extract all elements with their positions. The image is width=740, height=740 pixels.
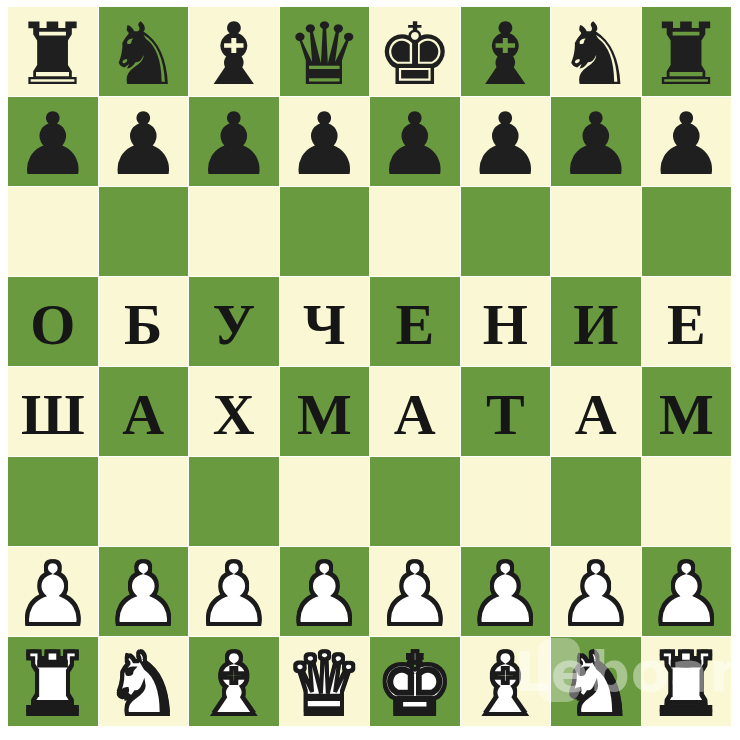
square-d2[interactable]: ♟ [280, 547, 370, 636]
square-a2[interactable]: ♟ [8, 547, 98, 636]
square-b1[interactable]: ♞ [99, 637, 189, 726]
overlay-letter-h4: М [659, 386, 714, 444]
square-f6[interactable] [461, 187, 551, 276]
square-g1[interactable]: ♞ [551, 637, 641, 726]
square-d1[interactable]: ♛ [280, 637, 370, 726]
overlay-letter-f4: Т [486, 386, 525, 444]
white-rook[interactable]: ♜ [648, 641, 725, 727]
square-f5[interactable]: Н [461, 277, 551, 366]
square-a6[interactable] [8, 187, 98, 276]
white-pawn[interactable]: ♟ [195, 551, 272, 637]
overlay-letter-d5: Ч [303, 296, 346, 354]
square-b2[interactable]: ♟ [99, 547, 189, 636]
white-pawn[interactable]: ♟ [376, 551, 453, 637]
square-a8[interactable]: ♜ [8, 7, 98, 96]
square-e2[interactable]: ♟ [370, 547, 460, 636]
black-bishop[interactable]: ♝ [195, 11, 272, 97]
square-d5[interactable]: Ч [280, 277, 370, 366]
white-knight[interactable]: ♞ [105, 641, 182, 727]
square-f3[interactable] [461, 457, 551, 546]
chess-board: ♜♞♝♛♚♝♞♜♟♟♟♟♟♟♟♟ОБУЧЕНИЕШАХМАТАМ♟♟♟♟♟♟♟♟… [8, 7, 731, 726]
overlay-letter-a4: Ш [21, 386, 85, 444]
square-g4[interactable]: А [551, 367, 641, 456]
overlay-letter-f5: Н [483, 296, 528, 354]
square-f7[interactable]: ♟ [461, 97, 551, 186]
square-h4[interactable]: М [642, 367, 732, 456]
white-rook[interactable]: ♜ [14, 641, 91, 727]
square-a7[interactable]: ♟ [8, 97, 98, 186]
white-pawn[interactable]: ♟ [286, 551, 363, 637]
overlay-letter-a5: О [30, 296, 75, 354]
overlay-letter-h5: Е [667, 296, 706, 354]
square-c6[interactable] [189, 187, 279, 276]
black-pawn[interactable]: ♟ [105, 101, 182, 187]
black-pawn[interactable]: ♟ [286, 101, 363, 187]
black-pawn[interactable]: ♟ [467, 101, 544, 187]
square-h6[interactable] [642, 187, 732, 276]
white-pawn[interactable]: ♟ [467, 551, 544, 637]
square-c2[interactable]: ♟ [189, 547, 279, 636]
square-g5[interactable]: И [551, 277, 641, 366]
square-e5[interactable]: Е [370, 277, 460, 366]
square-g6[interactable] [551, 187, 641, 276]
square-b7[interactable]: ♟ [99, 97, 189, 186]
square-b3[interactable] [99, 457, 189, 546]
black-knight[interactable]: ♞ [105, 11, 182, 97]
square-f1[interactable]: ♝ [461, 637, 551, 726]
square-d4[interactable]: М [280, 367, 370, 456]
square-f8[interactable]: ♝ [461, 7, 551, 96]
square-a1[interactable]: ♜ [8, 637, 98, 726]
square-b4[interactable]: А [99, 367, 189, 456]
square-g2[interactable]: ♟ [551, 547, 641, 636]
square-g8[interactable]: ♞ [551, 7, 641, 96]
square-b5[interactable]: Б [99, 277, 189, 366]
square-a4[interactable]: Ш [8, 367, 98, 456]
square-d7[interactable]: ♟ [280, 97, 370, 186]
square-c8[interactable]: ♝ [189, 7, 279, 96]
square-e3[interactable] [370, 457, 460, 546]
square-d8[interactable]: ♛ [280, 7, 370, 96]
square-e1[interactable]: ♚ [370, 637, 460, 726]
overlay-letter-g5: И [573, 296, 618, 354]
square-c4[interactable]: Х [189, 367, 279, 456]
square-e8[interactable]: ♚ [370, 7, 460, 96]
square-b6[interactable] [99, 187, 189, 276]
black-rook[interactable]: ♜ [14, 11, 91, 97]
black-pawn[interactable]: ♟ [376, 101, 453, 187]
black-pawn[interactable]: ♟ [14, 101, 91, 187]
square-h2[interactable]: ♟ [642, 547, 732, 636]
square-g7[interactable]: ♟ [551, 97, 641, 186]
square-e7[interactable]: ♟ [370, 97, 460, 186]
white-queen[interactable]: ♛ [286, 641, 363, 727]
square-d6[interactable] [280, 187, 370, 276]
white-bishop[interactable]: ♝ [467, 641, 544, 727]
overlay-letter-e5: Е [395, 296, 434, 354]
white-pawn[interactable]: ♟ [14, 551, 91, 637]
black-pawn[interactable]: ♟ [195, 101, 272, 187]
white-pawn[interactable]: ♟ [105, 551, 182, 637]
overlay-letter-d4: М [297, 386, 352, 444]
black-bishop[interactable]: ♝ [467, 11, 544, 97]
square-f4[interactable]: Т [461, 367, 551, 456]
overlay-letter-b4: А [122, 386, 164, 444]
square-c5[interactable]: У [189, 277, 279, 366]
square-b8[interactable]: ♞ [99, 7, 189, 96]
square-h8[interactable]: ♜ [642, 7, 732, 96]
square-h3[interactable] [642, 457, 732, 546]
square-a5[interactable]: О [8, 277, 98, 366]
black-queen[interactable]: ♛ [286, 11, 363, 97]
overlay-letter-g4: А [575, 386, 617, 444]
white-bishop[interactable]: ♝ [195, 641, 272, 727]
overlay-letter-e4: А [394, 386, 436, 444]
square-h7[interactable]: ♟ [642, 97, 732, 186]
square-e6[interactable] [370, 187, 460, 276]
white-pawn[interactable]: ♟ [648, 551, 725, 637]
black-king[interactable]: ♚ [376, 11, 453, 97]
black-knight[interactable]: ♞ [557, 11, 634, 97]
overlay-letter-b5: Б [124, 296, 162, 354]
square-c7[interactable]: ♟ [189, 97, 279, 186]
overlay-letter-c4: Х [213, 386, 255, 444]
square-h5[interactable]: Е [642, 277, 732, 366]
overlay-letter-c5: У [212, 296, 255, 354]
square-h1[interactable]: ♜ [642, 637, 732, 726]
black-rook[interactable]: ♜ [648, 11, 725, 97]
square-c3[interactable] [189, 457, 279, 546]
black-pawn[interactable]: ♟ [648, 101, 725, 187]
white-king[interactable]: ♚ [376, 641, 453, 727]
square-g3[interactable] [551, 457, 641, 546]
black-pawn[interactable]: ♟ [557, 101, 634, 187]
square-c1[interactable]: ♝ [189, 637, 279, 726]
square-e4[interactable]: А [370, 367, 460, 456]
square-f2[interactable]: ♟ [461, 547, 551, 636]
white-pawn[interactable]: ♟ [557, 551, 634, 637]
white-knight[interactable]: ♞ [557, 641, 634, 727]
square-a3[interactable] [8, 457, 98, 546]
square-d3[interactable] [280, 457, 370, 546]
